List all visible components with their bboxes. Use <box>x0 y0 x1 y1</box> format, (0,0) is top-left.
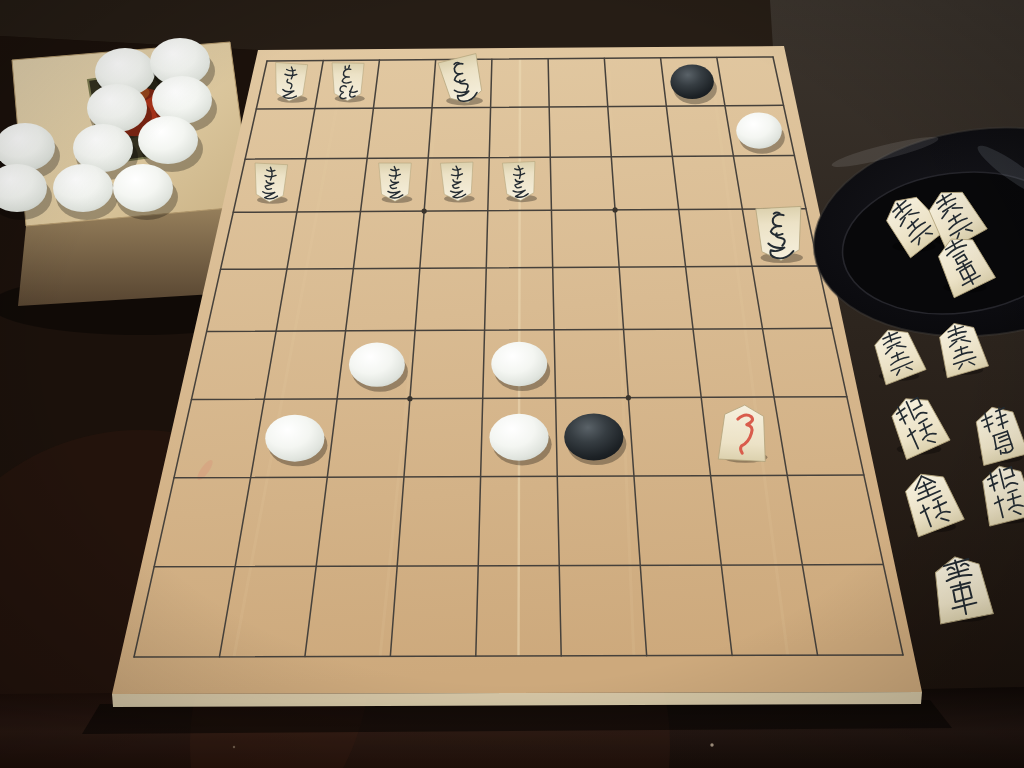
shogi-go-scene <box>0 0 1024 768</box>
dust-speck <box>233 746 235 748</box>
star-point <box>612 207 617 212</box>
star-point <box>626 395 631 400</box>
dust-speck <box>710 743 713 746</box>
scene-photo <box>0 0 1024 768</box>
star-point <box>407 396 412 401</box>
star-point <box>422 209 427 214</box>
